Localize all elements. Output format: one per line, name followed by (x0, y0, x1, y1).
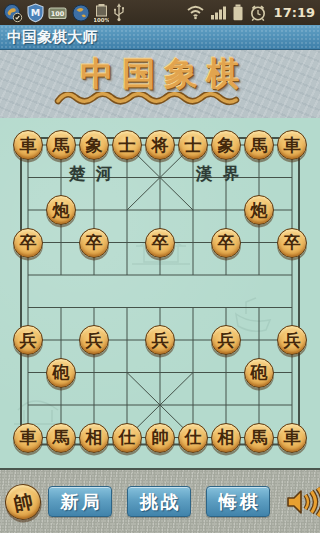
status-bar-right-icons: 17:19 (186, 4, 317, 22)
app-globe-check-icon (3, 3, 23, 23)
piece-red-horse[interactable]: 馬 (46, 423, 76, 453)
piece-black-advisor[interactable]: 士 (178, 130, 208, 160)
piece-black-advisor[interactable]: 士 (112, 130, 142, 160)
app-title: 中国象棋大师 (0, 28, 97, 47)
piece-red-soldier[interactable]: 兵 (79, 325, 109, 355)
piece-red-elephant[interactable]: 相 (211, 423, 241, 453)
piece-black-horse[interactable]: 馬 (46, 130, 76, 160)
wifi-icon (186, 5, 205, 20)
turn-indicator-red-general-icon: 帥 (2, 480, 45, 523)
xiangqi-board[interactable]: 楚河 漢界 車馬象士将士象馬車炮炮卒卒卒卒卒兵兵兵兵兵砲砲車馬相仕帥仕相馬車 (0, 118, 320, 470)
challenge-button[interactable]: 挑战 (127, 486, 191, 517)
piece-black-horse[interactable]: 馬 (244, 130, 274, 160)
cloud-flourish-decoration (52, 92, 268, 112)
piece-black-soldier[interactable]: 卒 (13, 228, 43, 258)
piece-red-soldier[interactable]: 兵 (145, 325, 175, 355)
piece-red-elephant[interactable]: 相 (79, 423, 109, 453)
piece-black-soldier[interactable]: 卒 (277, 228, 307, 258)
piece-red-chariot[interactable]: 車 (277, 423, 307, 453)
piece-red-soldier[interactable]: 兵 (211, 325, 241, 355)
signal-strength-icon (210, 5, 227, 20)
piece-black-chariot[interactable]: 車 (277, 130, 307, 160)
piece-black-elephant[interactable]: 象 (79, 130, 109, 160)
speaker-icon[interactable] (285, 483, 320, 521)
app-shield-m-icon: M (26, 3, 45, 23)
status-time: 17:19 (274, 5, 315, 20)
status-bar: M 100 100% (0, 0, 320, 25)
title-bar: 中国象棋大师 (0, 25, 320, 50)
svg-text:100: 100 (51, 10, 65, 18)
piece-red-soldier[interactable]: 兵 (277, 325, 307, 355)
banner: 中国象棋 (0, 50, 320, 118)
svg-text:100%: 100% (94, 16, 109, 22)
piece-red-advisor[interactable]: 仕 (112, 423, 142, 453)
alarm-clock-icon (249, 4, 267, 22)
svg-text:M: M (31, 7, 40, 18)
piece-black-cannon[interactable]: 炮 (46, 195, 76, 225)
undo-move-button[interactable]: 悔棋 (206, 486, 270, 517)
piece-red-advisor[interactable]: 仕 (178, 423, 208, 453)
app-window: M 100 100% (0, 0, 320, 533)
piece-black-cannon[interactable]: 炮 (244, 195, 274, 225)
bottom-bar: 帥 新局 挑战 悔棋 (0, 470, 320, 533)
piece-black-soldier[interactable]: 卒 (79, 228, 109, 258)
battery-icon (232, 4, 244, 21)
piece-red-soldier[interactable]: 兵 (13, 325, 43, 355)
piece-red-cannon[interactable]: 砲 (244, 358, 274, 388)
usb-icon (112, 3, 126, 23)
piece-red-horse[interactable]: 馬 (244, 423, 274, 453)
piece-black-soldier[interactable]: 卒 (211, 228, 241, 258)
banner-title: 中国象棋 (81, 57, 249, 90)
piece-red-cannon[interactable]: 砲 (46, 358, 76, 388)
piece-red-general[interactable]: 帥 (145, 423, 175, 453)
status-bar-left-icons: M 100 100% (3, 3, 126, 23)
board-grid[interactable]: 車馬象士将士象馬車炮炮卒卒卒卒卒兵兵兵兵兵砲砲車馬相仕帥仕相馬車 (12, 129, 309, 454)
piece-black-soldier[interactable]: 卒 (145, 228, 175, 258)
app-globe-icon (71, 3, 91, 23)
battery-widget-icon: 100 (48, 4, 68, 22)
battery-percent-icon: 100% (94, 3, 109, 23)
new-game-button[interactable]: 新局 (48, 486, 112, 517)
piece-red-chariot[interactable]: 車 (13, 423, 43, 453)
piece-black-general[interactable]: 将 (145, 130, 175, 160)
piece-black-chariot[interactable]: 車 (13, 130, 43, 160)
piece-black-elephant[interactable]: 象 (211, 130, 241, 160)
